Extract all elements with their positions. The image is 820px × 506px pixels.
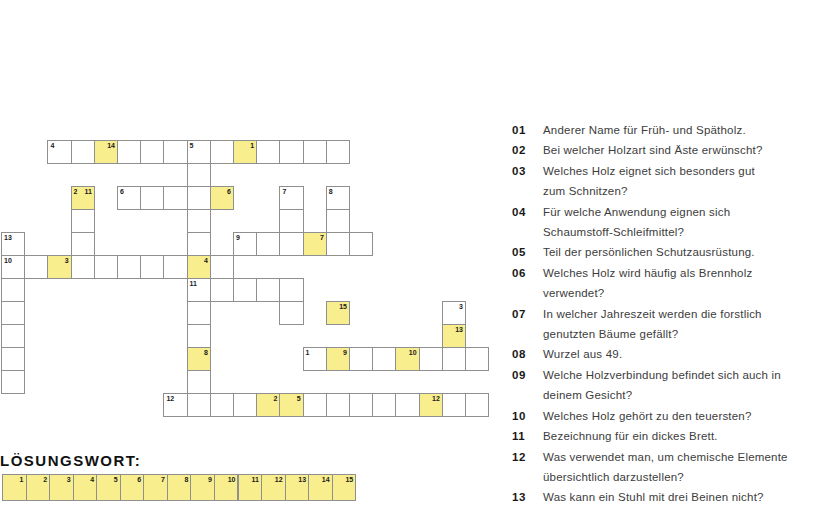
clue-item: 12Was verwendet man, um chemische Elemen… — [512, 447, 814, 467]
grid-cell[interactable] — [187, 163, 211, 187]
grid-cell[interactable] — [187, 370, 211, 394]
grid-cell[interactable] — [395, 393, 419, 417]
grid-cell[interactable] — [349, 393, 373, 417]
clue-number-label: 7 — [282, 188, 286, 196]
solution-index-label: 4 — [90, 476, 94, 484]
grid-cell[interactable] — [187, 186, 211, 210]
grid-cell-solution[interactable]: 3 — [47, 255, 71, 279]
clue-item-text: Was kann ein Stuhl mit drei Beinen nicht… — [543, 487, 764, 506]
clue-item: deinem Gesicht? — [512, 385, 814, 405]
solution-index-label: 13 — [298, 476, 306, 484]
solution-index-label: 7 — [320, 234, 324, 242]
clue-item-number — [512, 467, 543, 487]
clue-item-number — [512, 324, 543, 344]
grid-cell[interactable] — [233, 278, 257, 302]
grid-cell-solution[interactable]: 14 — [94, 140, 118, 164]
clue-item-text: übersichtlich darzustellen? — [543, 467, 684, 487]
clue-number-label: 8 — [329, 188, 333, 196]
clue-number-label: 12 — [166, 395, 174, 403]
grid-cell[interactable] — [279, 232, 303, 256]
clue-item-text: In welcher Jahreszeit werden die forstli… — [543, 304, 762, 324]
grid-cell[interactable] — [140, 140, 164, 164]
solution-index-label: 2 — [273, 395, 277, 403]
grid-cell[interactable] — [1, 301, 25, 325]
clue-item-text: Schaumstoff-Schleifmittel? — [543, 222, 684, 242]
grid-cell[interactable] — [71, 232, 95, 256]
grid-cell[interactable] — [210, 393, 234, 417]
clue-item-number: 06 — [512, 263, 543, 283]
crossword-worksheet: { "game": "crossword (German Kreuzworträ… — [0, 0, 820, 506]
clue-item-text: Teil der persönlichen Schutzausrüstung. — [543, 242, 755, 262]
grid-cell[interactable]: 9 — [233, 232, 257, 256]
solution-word-cell[interactable]: 4 — [73, 474, 98, 501]
grid-cell-solution[interactable]: 10 — [395, 347, 419, 371]
grid-cell[interactable] — [256, 278, 280, 302]
clue-item-text: Wurzel aus 49. — [543, 344, 622, 364]
clue-number-label: 9 — [236, 234, 240, 242]
grid-cell[interactable] — [349, 232, 373, 256]
grid-cell[interactable]: 6 — [117, 186, 141, 210]
clue-item: 13Was kann ein Stuhl mit drei Beinen nic… — [512, 487, 814, 506]
clue-item-number: 05 — [512, 242, 543, 262]
solution-index-label: 8 — [184, 476, 188, 484]
clue-item: 06Welches Holz wird häufig als Brennholz — [512, 263, 814, 283]
solution-index-label: 14 — [107, 142, 115, 150]
grid-cell[interactable]: 11 — [187, 278, 211, 302]
grid-cell[interactable] — [187, 393, 211, 417]
solution-index-label: 3 — [459, 303, 463, 311]
solution-index-label: 12 — [432, 395, 440, 403]
clue-item-text: Bezeichnung für ein dickes Brett. — [543, 426, 718, 446]
solution-index-label: 15 — [345, 476, 353, 484]
grid-cell[interactable] — [163, 186, 187, 210]
grid-cell[interactable] — [71, 140, 95, 164]
grid-cell[interactable] — [210, 278, 234, 302]
grid-cell[interactable] — [1, 324, 25, 348]
grid-cell[interactable] — [326, 209, 350, 233]
clue-item-text: Anderer Name für Früh- und Spätholz. — [543, 120, 746, 140]
solution-word-cell[interactable]: 14 — [308, 474, 333, 501]
solution-word-heading: LÖSUNGSWORT: — [0, 452, 141, 469]
clue-item: genutzten Bäume gefällt? — [512, 324, 814, 344]
solution-word-cell[interactable]: 9 — [190, 474, 215, 501]
solution-index-label: 1 — [20, 476, 24, 484]
clue-item: 01Anderer Name für Früh- und Spätholz. — [512, 120, 814, 140]
grid-cell[interactable] — [187, 301, 211, 325]
solution-word-cell[interactable]: 13 — [285, 474, 310, 501]
clue-item: 04Für welche Anwendung eignen sich — [512, 202, 814, 222]
grid-cell[interactable] — [372, 393, 396, 417]
clue-item: Schaumstoff-Schleifmittel? — [512, 222, 814, 242]
clue-item: verwendet? — [512, 283, 814, 303]
grid-cell[interactable] — [442, 393, 466, 417]
grid-cell-solution[interactable]: 6 — [210, 186, 234, 210]
grid-cell-solution[interactable]: 7 — [303, 232, 327, 256]
solution-index-label: 6 — [227, 188, 231, 196]
grid-cell[interactable] — [187, 324, 211, 348]
grid-cell-solution[interactable]: 1 — [233, 140, 257, 164]
solution-index-label: 1 — [250, 142, 254, 150]
solution-word-cell[interactable]: 11 — [238, 474, 263, 501]
solution-word-cell[interactable]: 3 — [49, 474, 74, 501]
grid-cell[interactable]: 4 — [47, 140, 71, 164]
solution-index-label: 4 — [204, 257, 208, 265]
solution-word-cell[interactable]: 15 — [332, 474, 357, 501]
grid-cell[interactable] — [210, 140, 234, 164]
clue-item: 03Welches Holz eignet sich besonders gut — [512, 161, 814, 181]
grid-cell[interactable] — [1, 347, 25, 371]
solution-word-cell[interactable]: 1 — [2, 474, 27, 501]
solution-index-label: 11 — [84, 188, 91, 196]
solution-index-label: 3 — [67, 476, 71, 484]
solution-index-label: 11 — [252, 476, 259, 484]
clue-number-label: 11 — [190, 280, 197, 288]
clue-item-number — [512, 385, 543, 405]
solution-word-cell[interactable]: 12 — [261, 474, 286, 501]
grid-cell[interactable] — [24, 255, 48, 279]
grid-cell-solution[interactable]: 5 — [279, 393, 303, 417]
solution-index-label: 8 — [204, 349, 208, 357]
grid-cell[interactable]: 3 — [442, 301, 466, 325]
clue-item-number: 04 — [512, 202, 543, 222]
grid-cell[interactable] — [349, 347, 373, 371]
grid-cell[interactable] — [71, 255, 95, 279]
solution-index-label: 3 — [65, 257, 69, 265]
grid-cell-solution[interactable]: 211 — [71, 186, 95, 210]
clue-item-number: 13 — [512, 487, 543, 506]
solution-word-cell[interactable]: 8 — [167, 474, 192, 501]
grid-cell[interactable] — [465, 393, 489, 417]
grid-cell-solution[interactable]: 8 — [187, 347, 211, 371]
clue-item: 05Teil der persönlichen Schutzausrüstung… — [512, 242, 814, 262]
solution-index-label: 10 — [228, 476, 236, 484]
clue-number-label: 1 — [306, 349, 310, 357]
grid-cell[interactable] — [210, 255, 234, 279]
clue-number-label: 10 — [4, 257, 12, 265]
solution-index-label: 5 — [297, 395, 301, 403]
grid-cell[interactable] — [117, 140, 141, 164]
grid-cell[interactable] — [303, 393, 327, 417]
clue-item-text: genutzten Bäume gefällt? — [543, 324, 678, 344]
grid-cell[interactable]: 7 — [279, 186, 303, 210]
grid-cell[interactable] — [163, 140, 187, 164]
clue-item-number: 02 — [512, 140, 543, 160]
clue-list: 01Anderer Name für Früh- und Spätholz.02… — [512, 120, 814, 506]
grid-cell-solution[interactable]: 9 — [326, 347, 350, 371]
solution-index-label: 9 — [208, 476, 212, 484]
grid-cell[interactable] — [465, 347, 489, 371]
clue-item: 10Welches Holz gehört zu den teuersten? — [512, 406, 814, 426]
solution-index-label: 2 — [43, 476, 47, 484]
clue-item-text: Bei welcher Holzart sind Äste erwünscht? — [543, 140, 763, 160]
clue-number-label: 2 — [74, 188, 78, 196]
clue-item-text: Welche Holzverbindung befindet sich auch… — [543, 365, 781, 385]
solution-index-label: 15 — [339, 303, 347, 311]
grid-cell[interactable]: 12 — [163, 393, 187, 417]
grid-cell[interactable]: 1 — [303, 347, 327, 371]
solution-word-cell[interactable]: 5 — [96, 474, 121, 501]
clue-number-label: 4 — [50, 142, 54, 150]
clue-item-number: 11 — [512, 426, 543, 446]
grid-cell[interactable] — [372, 347, 396, 371]
grid-cell[interactable] — [256, 140, 280, 164]
grid-cell[interactable] — [1, 370, 25, 394]
solution-index-label: 9 — [343, 349, 347, 357]
grid-cell[interactable] — [1, 278, 25, 302]
grid-cell[interactable] — [187, 232, 211, 256]
grid-cell[interactable] — [326, 393, 350, 417]
grid-cell[interactable]: 13 — [1, 232, 25, 256]
clue-number-label: 6 — [120, 188, 124, 196]
grid-cell-solution[interactable]: 2 — [256, 393, 280, 417]
grid-cell[interactable]: 5 — [187, 140, 211, 164]
grid-cell[interactable] — [140, 255, 164, 279]
clue-item: zum Schnitzen? — [512, 181, 814, 201]
clue-item: 07In welcher Jahreszeit werden die forst… — [512, 304, 814, 324]
clue-item-text: Welches Holz gehört zu den teuersten? — [543, 406, 752, 426]
clue-item-text: Was verwendet man, um chemische Elemente — [543, 447, 788, 467]
grid-cell-solution[interactable]: 15 — [326, 301, 350, 325]
grid-cell[interactable] — [233, 393, 257, 417]
grid-cell[interactable] — [163, 255, 187, 279]
solution-index-label: 5 — [114, 476, 118, 484]
grid-cell[interactable] — [256, 232, 280, 256]
solution-index-label: 6 — [137, 476, 141, 484]
clue-item-number: 03 — [512, 161, 543, 181]
grid-cell[interactable] — [279, 209, 303, 233]
solution-word-cell[interactable]: 7 — [143, 474, 168, 501]
solution-word-cell[interactable]: 10 — [214, 474, 239, 501]
grid-cell[interactable] — [117, 255, 141, 279]
clue-item: 08Wurzel aus 49. — [512, 344, 814, 364]
grid-cell[interactable]: 10 — [1, 255, 25, 279]
clue-item-number — [512, 181, 543, 201]
clue-item-number: 01 — [512, 120, 543, 140]
clue-item: 09Welche Holzverbindung befindet sich au… — [512, 365, 814, 385]
clue-item-number — [512, 222, 543, 242]
grid-cell[interactable] — [442, 347, 466, 371]
grid-cell-solution[interactable]: 13 — [442, 324, 466, 348]
grid-cell-solution[interactable]: 4 — [187, 255, 211, 279]
grid-cell[interactable] — [279, 140, 303, 164]
clue-item: 02Bei welcher Holzart sind Äste erwünsch… — [512, 140, 814, 160]
grid-cell[interactable] — [326, 232, 350, 256]
clue-item: übersichtlich darzustellen? — [512, 467, 814, 487]
clue-item-text: Welches Holz eignet sich besonders gut — [543, 161, 755, 181]
clue-item-text: Welches Holz wird häufig als Brennholz — [543, 263, 752, 283]
solution-word-cell[interactable]: 6 — [120, 474, 145, 501]
grid-cell[interactable] — [303, 140, 327, 164]
clue-item-number — [512, 283, 543, 303]
clue-item-number: 12 — [512, 447, 543, 467]
grid-cell-solution[interactable]: 12 — [419, 393, 443, 417]
clue-item: 11Bezeichnung für ein dickes Brett. — [512, 426, 814, 446]
clue-item-number: 07 — [512, 304, 543, 324]
solution-index-label: 13 — [455, 326, 463, 334]
clue-item-text: zum Schnitzen? — [543, 181, 628, 201]
clue-number-label: 5 — [190, 142, 194, 150]
grid-cell[interactable] — [71, 209, 95, 233]
clue-item-number: 09 — [512, 365, 543, 385]
solution-word-cell[interactable]: 2 — [26, 474, 51, 501]
clue-item-text: deinem Gesicht? — [543, 385, 632, 405]
grid-cell[interactable] — [279, 301, 303, 325]
clue-number-label: 13 — [4, 234, 12, 242]
clue-item-text: Für welche Anwendung eignen sich — [543, 202, 730, 222]
clue-item-text: verwendet? — [543, 283, 604, 303]
grid-cell[interactable] — [326, 140, 350, 164]
clue-item-number: 08 — [512, 344, 543, 364]
clue-item-number: 10 — [512, 406, 543, 426]
grid-cell[interactable] — [187, 209, 211, 233]
grid-cell[interactable] — [279, 278, 303, 302]
solution-index-label: 10 — [409, 349, 417, 357]
solution-index-label: 7 — [161, 476, 165, 484]
grid-cell[interactable]: 8 — [326, 186, 350, 210]
solution-index-label: 14 — [322, 476, 330, 484]
solution-index-label: 12 — [275, 476, 283, 484]
grid-cell[interactable] — [140, 186, 164, 210]
grid-cell[interactable] — [419, 347, 443, 371]
grid-cell[interactable] — [94, 255, 118, 279]
